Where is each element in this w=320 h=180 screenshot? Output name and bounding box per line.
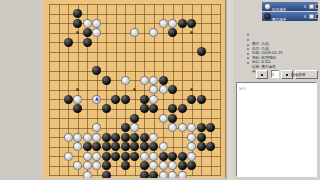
black-player-name: 黑方棋手 [272, 17, 286, 21]
stone-black [121, 152, 130, 161]
stone-black [178, 19, 187, 28]
stone-black [197, 95, 206, 104]
stone-white [83, 152, 92, 161]
stone-black [121, 161, 130, 170]
black-flag-icon [309, 14, 314, 19]
stone-black [197, 47, 206, 56]
stone-white [121, 76, 130, 85]
stone-white [187, 142, 196, 151]
stone-black [102, 104, 111, 113]
board-bottom-edge [43, 178, 226, 180]
prev-move-button[interactable] [256, 70, 268, 79]
autoplay-button[interactable]: 自动播放 [295, 70, 318, 79]
stone-white [159, 19, 168, 28]
black-player-bar[interactable]: 黑方棋手 0 [262, 12, 318, 21]
stone-black [168, 114, 177, 123]
stone-black [178, 104, 187, 113]
stone-white [178, 171, 187, 179]
stone-white [159, 142, 168, 151]
stone-black [197, 123, 206, 132]
white-player-bar[interactable]: 白方棋手 0 [262, 2, 318, 11]
bullet-icon [247, 57, 249, 59]
stone-black [178, 161, 187, 170]
stone-white [168, 19, 177, 28]
stone-white [92, 28, 101, 37]
stone-white [73, 95, 82, 104]
comment-caption: 评论 [239, 86, 246, 90]
bullet-icon [247, 44, 249, 46]
stone-white [83, 133, 92, 142]
black-player-count: 0 [304, 14, 306, 18]
stone-black [149, 171, 158, 179]
white-player-count: 0 [304, 4, 306, 8]
stone-black [121, 123, 130, 132]
stone-white [159, 161, 168, 170]
stone-black [64, 38, 73, 47]
stone-white [92, 152, 101, 161]
bullet-icon [247, 34, 249, 36]
stone-white [149, 85, 158, 94]
game-info-panel: 白方棋手 0 黑方棋手 0 第13届LG杯朝鲜日报棋王战决赛第2局 黑方: 九段… [233, 0, 320, 180]
stone-black [187, 19, 196, 28]
hoshi-point [190, 31, 193, 34]
stone-white [187, 123, 196, 132]
white-flag-icon [309, 4, 314, 9]
stone-black [159, 76, 168, 85]
app-window: ▲ 白方棋手 0 黑方棋手 0 第13届LG杯朝鲜日报棋王战决赛第2局 黑方: … [0, 0, 320, 180]
white-player-name: 白方棋手 [272, 7, 286, 11]
stone-white [149, 95, 158, 104]
stone-black [130, 142, 139, 151]
stone-white [140, 76, 149, 85]
stone-white [159, 114, 168, 123]
stone-white [92, 123, 101, 132]
stone-white [64, 133, 73, 142]
stone-black [92, 66, 101, 75]
stone-black [187, 95, 196, 104]
stone-white [149, 28, 158, 37]
stone-white [159, 85, 168, 94]
stone-black [187, 161, 196, 170]
white-clock-icon [315, 4, 318, 9]
stone-black [130, 152, 139, 161]
hoshi-point [133, 88, 136, 91]
stone-white [83, 171, 92, 179]
stone-black [111, 133, 120, 142]
stone-black [83, 142, 92, 151]
stone-black [102, 133, 111, 142]
stone-white [149, 152, 158, 161]
stone-white [187, 133, 196, 142]
stone-black [159, 152, 168, 161]
stone-black [149, 142, 158, 151]
stone-white [130, 123, 139, 132]
stone-white [73, 142, 82, 151]
stone-black [83, 28, 92, 37]
stone-black [130, 133, 139, 142]
game-info-row: 手数: 1 [245, 61, 319, 66]
autoplay-label: 自动播放 [291, 72, 305, 76]
stone-white [159, 171, 168, 179]
bullet-icon [247, 39, 249, 41]
stone-white [130, 28, 139, 37]
stone-black [206, 123, 215, 132]
last-move-triangle-marker: ▲ [93, 97, 99, 102]
stone-white [168, 161, 177, 170]
game-info-list: 黑方: 九段白方: 九段日期: 2009-02-25规则: 韩国规则贴目: 6.… [245, 33, 319, 65]
stone-black [102, 142, 111, 151]
stone-white [73, 161, 82, 170]
stone-black [140, 161, 149, 170]
stone-white [178, 123, 187, 132]
stone-white [187, 152, 196, 161]
stone-black [178, 152, 187, 161]
stone-black [73, 9, 82, 18]
stone-black [168, 152, 177, 161]
stone-black [168, 104, 177, 113]
stone-black [83, 38, 92, 47]
stone-black [168, 28, 177, 37]
stone-black [140, 142, 149, 151]
stone-white [64, 152, 73, 161]
stone-white [168, 171, 177, 179]
stone-black [197, 142, 206, 151]
next-stone-icon [286, 74, 288, 76]
stone-black [111, 142, 120, 151]
move-number-field[interactable]: 1 [271, 70, 279, 78]
comment-box[interactable]: 评论 [236, 82, 317, 177]
bullet-icon [247, 53, 249, 55]
stone-black [130, 114, 139, 123]
left-gray-margin [0, 0, 43, 180]
stone-black [64, 95, 73, 104]
hoshi-point [76, 31, 79, 34]
stone-black [102, 161, 111, 170]
black-stone-icon [264, 13, 271, 20]
grid-line [182, 4, 183, 176]
grid-line [220, 4, 221, 176]
stone-white [92, 133, 101, 142]
stone-black [149, 104, 158, 113]
bullet-icon [247, 48, 249, 50]
grid-line [49, 175, 221, 176]
black-clock-icon [315, 14, 318, 19]
hoshi-point [76, 88, 79, 91]
stone-black [197, 133, 206, 142]
stone-white [168, 123, 177, 132]
navigation-row: 1 自动播放 [233, 69, 320, 80]
hoshi-point [190, 88, 193, 91]
stone-white [92, 19, 101, 28]
stone-black [102, 152, 111, 161]
go-board[interactable]: ▲ [43, 0, 226, 178]
stone-white [140, 152, 149, 161]
stone-black [92, 142, 101, 151]
stone-black [121, 95, 130, 104]
white-stone-icon [264, 3, 271, 10]
stone-black [168, 85, 177, 94]
stone-black [121, 142, 130, 151]
stone-black [111, 152, 120, 161]
stone-white [92, 161, 101, 170]
prev-stone-icon [261, 74, 263, 76]
stone-black [140, 104, 149, 113]
stone-black [111, 95, 120, 104]
stone-black [206, 142, 215, 151]
stone-white [149, 76, 158, 85]
stone-white [83, 161, 92, 170]
stone-black [102, 171, 111, 179]
stone-white [83, 19, 92, 28]
stone-white [149, 161, 158, 170]
move-number: 1 [272, 72, 274, 76]
bullet-icon [247, 62, 249, 64]
stone-black [140, 133, 149, 142]
stone-black [102, 76, 111, 85]
stone-black [140, 171, 149, 179]
stone-black [140, 95, 149, 104]
stone-black [73, 19, 82, 28]
stone-white [149, 133, 158, 142]
stone-white [73, 133, 82, 142]
stone-black [73, 104, 82, 113]
stone-black [121, 133, 130, 142]
